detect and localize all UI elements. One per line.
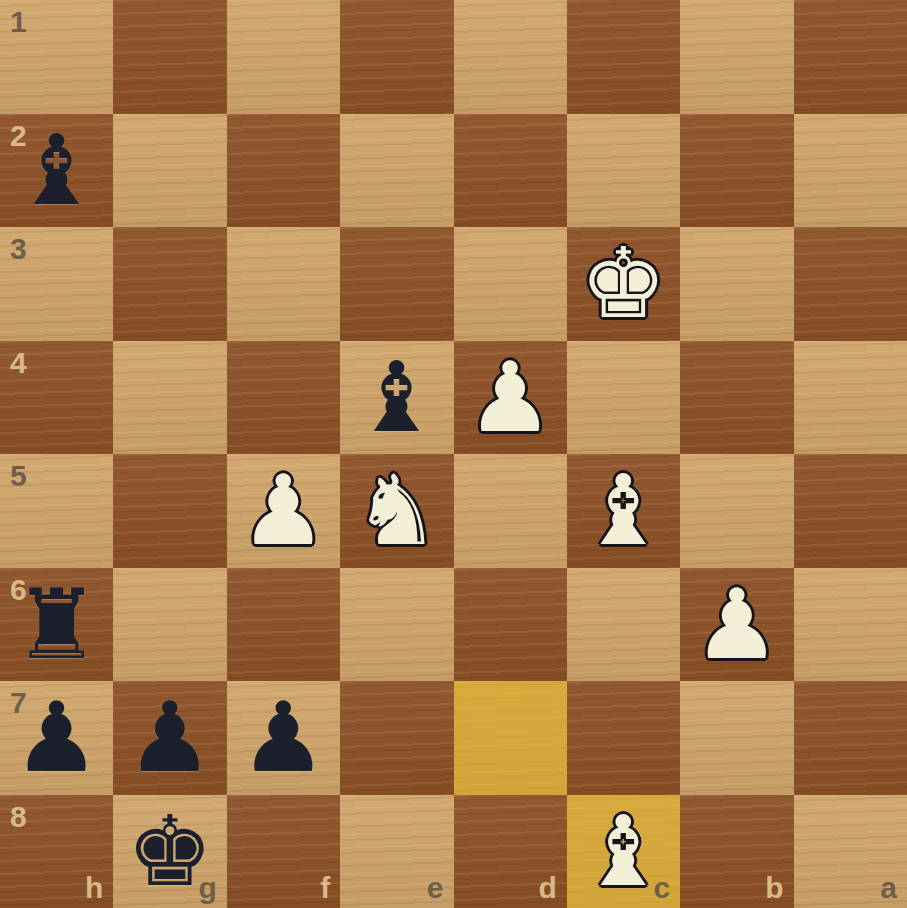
- square-e8[interactable]: e: [340, 795, 453, 908]
- black-rook[interactable]: ♜: [13, 576, 100, 673]
- rank-label-4: 4: [10, 348, 27, 378]
- square-b7[interactable]: [680, 681, 793, 795]
- square-a2[interactable]: [794, 114, 907, 228]
- square-a3[interactable]: [794, 227, 907, 341]
- square-e4[interactable]: ♝: [340, 341, 453, 455]
- square-f3[interactable]: [227, 227, 340, 341]
- square-b4[interactable]: [680, 341, 793, 455]
- white-bishop[interactable]: ♝: [580, 803, 667, 900]
- square-f8[interactable]: f: [227, 795, 340, 908]
- square-d2[interactable]: [454, 114, 567, 228]
- black-pawn[interactable]: ♟: [127, 689, 214, 786]
- square-h1[interactable]: 1: [0, 0, 113, 114]
- square-c5[interactable]: ♝: [567, 454, 680, 568]
- square-b1[interactable]: [680, 0, 793, 114]
- white-pawn[interactable]: ♟: [467, 349, 554, 446]
- square-e5[interactable]: ♞: [340, 454, 453, 568]
- square-f5[interactable]: ♟: [227, 454, 340, 568]
- square-e2[interactable]: [340, 114, 453, 228]
- square-g5[interactable]: [113, 454, 226, 568]
- rank-label-1: 1: [10, 7, 27, 37]
- square-c6[interactable]: [567, 568, 680, 682]
- square-g2[interactable]: [113, 114, 226, 228]
- square-h7[interactable]: 7♟: [0, 681, 113, 795]
- square-d7[interactable]: [454, 681, 567, 795]
- square-a8[interactable]: a: [794, 795, 907, 908]
- square-g8[interactable]: g♚: [113, 795, 226, 908]
- file-label-d: d: [539, 873, 557, 903]
- white-bishop[interactable]: ♝: [580, 462, 667, 559]
- square-g6[interactable]: [113, 568, 226, 682]
- square-e1[interactable]: [340, 0, 453, 114]
- white-knight[interactable]: ♞: [353, 462, 440, 559]
- square-d6[interactable]: [454, 568, 567, 682]
- square-a1[interactable]: [794, 0, 907, 114]
- square-d4[interactable]: ♟: [454, 341, 567, 455]
- square-d3[interactable]: [454, 227, 567, 341]
- square-h3[interactable]: 3: [0, 227, 113, 341]
- square-g3[interactable]: [113, 227, 226, 341]
- black-pawn[interactable]: ♟: [13, 689, 100, 786]
- square-b6[interactable]: ♟: [680, 568, 793, 682]
- square-c7[interactable]: [567, 681, 680, 795]
- square-f7[interactable]: ♟: [227, 681, 340, 795]
- square-a6[interactable]: [794, 568, 907, 682]
- file-label-f: f: [320, 873, 330, 903]
- black-pawn[interactable]: ♟: [240, 689, 327, 786]
- square-a7[interactable]: [794, 681, 907, 795]
- square-e3[interactable]: [340, 227, 453, 341]
- square-b8[interactable]: b: [680, 795, 793, 908]
- square-h8[interactable]: 8h: [0, 795, 113, 908]
- white-pawn[interactable]: ♟: [693, 576, 780, 673]
- chess-board: 12♝3♚4♝♟5♟♞♝6♜♟7♟♟♟8hg♚fedc♝ba: [0, 0, 907, 908]
- square-b3[interactable]: [680, 227, 793, 341]
- square-d5[interactable]: [454, 454, 567, 568]
- square-c2[interactable]: [567, 114, 680, 228]
- square-h6[interactable]: 6♜: [0, 568, 113, 682]
- square-e7[interactable]: [340, 681, 453, 795]
- rank-label-5: 5: [10, 461, 27, 491]
- square-f1[interactable]: [227, 0, 340, 114]
- file-label-e: e: [427, 873, 444, 903]
- black-bishop[interactable]: ♝: [13, 122, 100, 219]
- square-c3[interactable]: ♚: [567, 227, 680, 341]
- square-a5[interactable]: [794, 454, 907, 568]
- square-b2[interactable]: [680, 114, 793, 228]
- square-g7[interactable]: ♟: [113, 681, 226, 795]
- square-b5[interactable]: [680, 454, 793, 568]
- rank-label-3: 3: [10, 234, 27, 264]
- square-h5[interactable]: 5: [0, 454, 113, 568]
- square-h2[interactable]: 2♝: [0, 114, 113, 228]
- square-f6[interactable]: [227, 568, 340, 682]
- file-label-b: b: [765, 873, 783, 903]
- file-label-a: a: [880, 873, 897, 903]
- square-d8[interactable]: d: [454, 795, 567, 908]
- rank-label-8: 8: [10, 802, 27, 832]
- file-label-h: h: [85, 873, 103, 903]
- square-f4[interactable]: [227, 341, 340, 455]
- black-king[interactable]: ♚: [127, 803, 214, 900]
- square-a4[interactable]: [794, 341, 907, 455]
- square-c1[interactable]: [567, 0, 680, 114]
- square-g1[interactable]: [113, 0, 226, 114]
- square-f2[interactable]: [227, 114, 340, 228]
- square-d1[interactable]: [454, 0, 567, 114]
- square-c8[interactable]: c♝: [567, 795, 680, 908]
- square-h4[interactable]: 4: [0, 341, 113, 455]
- white-pawn[interactable]: ♟: [240, 462, 327, 559]
- white-king[interactable]: ♚: [580, 235, 667, 332]
- square-e6[interactable]: [340, 568, 453, 682]
- square-c4[interactable]: [567, 341, 680, 455]
- square-g4[interactable]: [113, 341, 226, 455]
- black-bishop[interactable]: ♝: [353, 349, 440, 446]
